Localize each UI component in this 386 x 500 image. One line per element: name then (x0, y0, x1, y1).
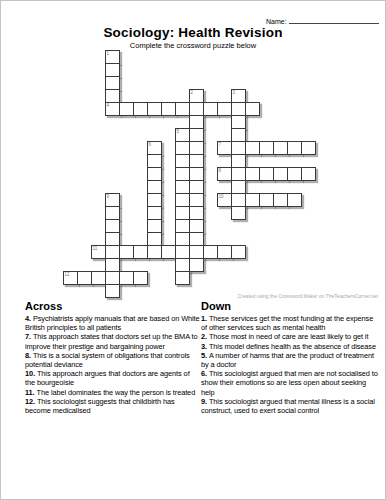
grid-cell[interactable] (231, 167, 246, 181)
grid-cell[interactable] (189, 141, 204, 155)
name-label: Name: (266, 18, 287, 25)
grid-cell[interactable] (105, 219, 120, 233)
clue-number: 7 (219, 142, 222, 147)
grid-cell[interactable] (287, 193, 302, 207)
grid-cell[interactable] (161, 102, 176, 116)
grid-cell[interactable] (245, 141, 260, 155)
clue-item: 1. These services get the most funding a… (201, 314, 379, 332)
grid-cell[interactable] (147, 206, 162, 220)
grid-cell[interactable] (175, 102, 190, 116)
grid-cell[interactable] (189, 206, 204, 220)
grid-cell[interactable] (189, 154, 204, 168)
grid-cell[interactable] (105, 284, 120, 298)
grid-cell[interactable]: 2 (189, 89, 204, 103)
grid-cell[interactable] (231, 141, 246, 155)
name-blank-line[interactable] (289, 15, 379, 24)
clue-item: 2. Those most in need of care are least … (201, 332, 379, 341)
grid-cell[interactable] (189, 115, 204, 129)
grid-cell[interactable]: 7 (217, 141, 232, 155)
grid-cell[interactable] (273, 141, 288, 155)
grid-cell[interactable] (189, 232, 204, 246)
down-clue-list: 1. These services get the most funding a… (201, 314, 379, 415)
grid-cell[interactable] (231, 245, 246, 259)
grid-cell[interactable] (105, 63, 120, 77)
clue-number: 9 (107, 194, 110, 199)
grid-cell[interactable] (259, 193, 274, 207)
grid-cell[interactable] (175, 271, 190, 285)
grid-cell[interactable] (147, 219, 162, 233)
grid-cell[interactable] (175, 219, 190, 233)
clue-number: 4 (107, 103, 110, 108)
grid-cell[interactable] (147, 193, 162, 207)
across-heading: Across (25, 300, 201, 312)
grid-cell[interactable] (203, 102, 218, 116)
grid-cell[interactable] (119, 245, 134, 259)
grid-cell[interactable]: 6 (147, 141, 162, 155)
clue-number: 8 (219, 168, 222, 173)
grid-cell[interactable] (105, 258, 120, 272)
grid-cell[interactable]: 3 (231, 89, 246, 103)
clue-number: 10 (219, 194, 224, 199)
grid-cell[interactable]: 9 (105, 193, 120, 207)
grid-cell[interactable] (119, 102, 134, 116)
grid-cell[interactable] (301, 141, 316, 155)
down-clues: Down 1. These services get the most fund… (201, 300, 379, 415)
grid-cell[interactable] (105, 76, 120, 90)
grid-cell[interactable] (105, 89, 120, 103)
page-subtitle: Complete the crossword puzzle below (1, 41, 385, 50)
grid-cell[interactable] (231, 180, 246, 194)
grid-cell[interactable] (189, 245, 204, 259)
grid-cell[interactable] (287, 167, 302, 181)
grid-cell[interactable] (189, 167, 204, 181)
grid-cell[interactable] (287, 141, 302, 155)
grid-cell[interactable] (119, 271, 134, 285)
grid-cell[interactable] (161, 245, 176, 259)
grid-cell[interactable] (189, 102, 204, 116)
grid-cell[interactable]: 4 (105, 102, 120, 116)
clue-number: 12 (65, 272, 70, 277)
down-heading: Down (201, 300, 379, 312)
grid-cell[interactable]: 1 (105, 50, 120, 64)
grid-cell[interactable] (273, 167, 288, 181)
grid-cell[interactable] (175, 154, 190, 168)
grid-cell[interactable] (189, 219, 204, 233)
grid-cell[interactable] (259, 141, 274, 155)
grid-cell[interactable] (259, 167, 274, 181)
grid-cell[interactable]: 11 (91, 245, 106, 259)
grid-cell[interactable] (231, 206, 246, 220)
grid-cell[interactable] (231, 128, 246, 142)
clue-number: 2 (191, 90, 194, 95)
clue-item: 12. This sociologist suggests that child… (25, 397, 201, 415)
clue-number: 11 (93, 246, 98, 251)
grid-cell[interactable] (147, 102, 162, 116)
clue-number: 6 (149, 142, 152, 147)
name-row: Name: (266, 15, 379, 25)
grid-cell[interactable] (245, 167, 260, 181)
grid-cell[interactable]: 5 (175, 128, 190, 142)
grid-cell[interactable] (147, 180, 162, 194)
grid-cell[interactable] (245, 193, 260, 207)
grid-cell[interactable]: 12 (63, 271, 78, 285)
grid-cell[interactable] (273, 193, 288, 207)
grid-cell[interactable] (175, 245, 190, 259)
grid-cell[interactable] (147, 245, 162, 259)
clue-item: 11. The label dominates the way the pers… (25, 388, 201, 397)
grid-cell[interactable] (189, 180, 204, 194)
clue-item: 10. This approach argues that doctors ar… (25, 369, 201, 387)
worksheet-page: Name: Sociology: Health Revision Complet… (0, 0, 386, 500)
grid-cell[interactable] (147, 167, 162, 181)
clue-item: 8. This is a social system of obligation… (25, 351, 201, 369)
grid-cell[interactable] (133, 245, 148, 259)
page-title: Sociology: Health Revision (1, 25, 385, 40)
grid-cell[interactable] (231, 115, 246, 129)
grid-cell[interactable]: 8 (217, 167, 232, 181)
clue-number: 5 (177, 129, 180, 134)
grid-cell[interactable] (189, 258, 204, 272)
grid-cell[interactable] (175, 232, 190, 246)
clue-item: 7. This approach states that doctors set… (25, 332, 201, 350)
grid-cell[interactable] (105, 245, 120, 259)
grid-cell[interactable] (231, 193, 246, 207)
grid-cell[interactable] (175, 206, 190, 220)
grid-cell[interactable] (91, 271, 106, 285)
grid-cell[interactable] (217, 102, 232, 116)
clue-number: 1 (107, 51, 110, 56)
grid-cell[interactable] (189, 193, 204, 207)
grid-cell[interactable] (245, 102, 260, 116)
grid-cell[interactable] (175, 180, 190, 194)
grid-cell[interactable]: 10 (217, 193, 232, 207)
grid-cell[interactable] (301, 167, 316, 181)
grid-cell[interactable] (175, 141, 190, 155)
grid-cell[interactable] (77, 271, 92, 285)
grid-cell[interactable] (175, 193, 190, 207)
grid-cell[interactable] (105, 232, 120, 246)
across-clues: Across 4. Psychiatrists apply manuals th… (25, 300, 201, 415)
clue-item: 3. This model defines health as the abse… (201, 342, 379, 351)
clue-item: 9. This sociologist argued that mental i… (201, 397, 379, 415)
grid-cell[interactable] (189, 128, 204, 142)
clue-item: 6. This sociologist argued that men are … (201, 369, 379, 397)
grid-cell[interactable] (175, 167, 190, 181)
grid-cell[interactable] (147, 232, 162, 246)
clues-section: Across 4. Psychiatrists apply manuals th… (25, 300, 379, 415)
grid-cell[interactable] (231, 154, 246, 168)
clue-number: 3 (233, 90, 236, 95)
grid-cell[interactable] (105, 206, 120, 220)
grid-cell[interactable] (147, 154, 162, 168)
grid-cell[interactable] (133, 271, 148, 285)
grid-cell[interactable] (105, 271, 120, 285)
credit-text: Created using the Crossword Maker on The… (237, 293, 378, 299)
grid-cell[interactable] (203, 245, 218, 259)
grid-cell[interactable] (217, 245, 232, 259)
across-clue-list: 4. Psychiatrists apply manuals that are … (25, 314, 201, 415)
grid-cell[interactable] (175, 258, 190, 272)
grid-cell[interactable] (231, 102, 246, 116)
clue-item: 5. A number of harms that are the produc… (201, 351, 379, 369)
clue-item: 4. Psychiatrists apply manuals that are … (25, 314, 201, 332)
crossword-grid: 123456789101112 (63, 50, 317, 299)
grid-cell[interactable] (133, 102, 148, 116)
